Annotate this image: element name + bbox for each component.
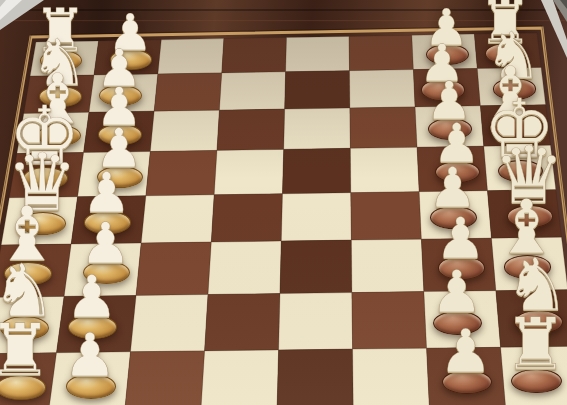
square-f1 [17, 112, 89, 153]
square-d8 [488, 190, 562, 239]
square-d2 [71, 196, 146, 244]
square-f6 [350, 107, 417, 148]
square-g3 [154, 73, 222, 111]
square-a7 [427, 347, 506, 405]
chessboard [0, 0, 567, 405]
square-d6 [351, 192, 422, 240]
square-a6 [353, 348, 430, 405]
square-b6 [352, 292, 427, 350]
square-f3 [150, 110, 219, 151]
square-h4 [222, 38, 287, 73]
square-b8 [496, 290, 567, 348]
square-c5 [280, 240, 352, 294]
square-f7 [415, 106, 484, 148]
square-h7 [412, 34, 478, 70]
square-b4 [205, 294, 280, 351]
square-g2 [89, 74, 158, 112]
square-c3 [136, 242, 211, 295]
square-b1 [0, 296, 64, 353]
square-a3 [125, 351, 205, 405]
square-h1 [30, 41, 99, 76]
square-f2 [84, 111, 155, 152]
chessboard-photo-scene: ♜♟♟♜♞♟♟♞♝♟♟♝♚♟♟♚♛♟♟♛♝♟♟♝♞♟♟♞♜♟♟♜ Angled … [0, 0, 567, 405]
square-e8 [484, 145, 556, 191]
square-d5 [281, 193, 351, 241]
square-e3 [146, 150, 217, 195]
square-e7 [417, 146, 487, 192]
square-g5 [285, 71, 350, 109]
square-a2 [48, 352, 130, 405]
square-h6 [349, 35, 413, 70]
square-g1 [24, 75, 94, 113]
square-b2 [57, 296, 137, 353]
square-a1 [0, 353, 57, 405]
square-d1 [1, 197, 77, 245]
square-a8 [501, 346, 567, 405]
square-f8 [480, 105, 550, 146]
square-h5 [286, 36, 350, 71]
square-e5 [283, 148, 351, 194]
square-e2 [78, 152, 151, 197]
square-f5 [284, 108, 351, 149]
square-e6 [350, 147, 419, 192]
square-c4 [208, 241, 281, 294]
square-b7 [424, 291, 501, 349]
square-c8 [492, 237, 567, 291]
square-c7 [421, 238, 496, 291]
square-h2 [94, 40, 161, 75]
square-d7 [419, 191, 491, 240]
square-c6 [351, 239, 424, 292]
square-b3 [131, 295, 209, 352]
square-d4 [211, 194, 282, 242]
square-a4 [201, 350, 279, 405]
square-e1 [9, 153, 83, 198]
square-d3 [141, 195, 214, 243]
square-g6 [350, 70, 416, 108]
square-c2 [64, 243, 141, 296]
square-a5 [277, 349, 353, 405]
square-g8 [477, 67, 545, 105]
square-h3 [158, 39, 224, 74]
square-c1 [0, 244, 71, 297]
square-b5 [279, 293, 353, 350]
square-f4 [217, 109, 285, 150]
square-g7 [413, 69, 480, 107]
square-g4 [219, 72, 285, 110]
square-h8 [474, 33, 541, 69]
square-e4 [214, 149, 284, 194]
